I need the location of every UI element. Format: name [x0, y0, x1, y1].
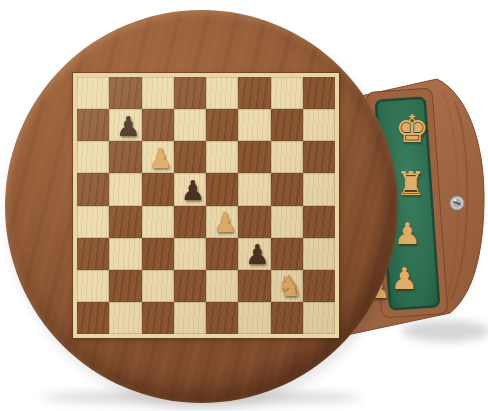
- square-e3[interactable]: [206, 238, 238, 270]
- square-c2[interactable]: [142, 270, 174, 302]
- square-c5[interactable]: [142, 173, 174, 205]
- square-a4[interactable]: [77, 206, 109, 238]
- square-b6[interactable]: [109, 141, 141, 173]
- square-a7[interactable]: [77, 109, 109, 141]
- square-e4[interactable]: ♟: [206, 206, 238, 238]
- square-h1[interactable]: [303, 302, 335, 334]
- square-c8[interactable]: [142, 77, 174, 109]
- drawer-piece-pawn-2[interactable]: ♟: [394, 219, 418, 249]
- square-b7[interactable]: ♟: [109, 109, 141, 141]
- square-f5[interactable]: [238, 173, 270, 205]
- square-a3[interactable]: [77, 238, 109, 270]
- square-d4[interactable]: [174, 206, 206, 238]
- square-c7[interactable]: [142, 109, 174, 141]
- white-pawn-e4[interactable]: ♟: [213, 209, 237, 236]
- black-pawn-d5[interactable]: ♟: [181, 177, 205, 204]
- square-f2[interactable]: [238, 270, 270, 302]
- square-h3[interactable]: [303, 238, 335, 270]
- square-h7[interactable]: [303, 109, 335, 141]
- square-b8[interactable]: [109, 77, 141, 109]
- square-e7[interactable]: [206, 109, 238, 141]
- drawer-shadow: [402, 320, 488, 342]
- travel-chess-set-photo: ♚♜♟♟♟ ♟♟♟♟♟♞: [0, 0, 488, 411]
- square-g8[interactable]: [271, 77, 303, 109]
- square-h8[interactable]: [303, 77, 335, 109]
- square-h2[interactable]: [303, 270, 335, 302]
- square-a2[interactable]: [77, 270, 109, 302]
- square-b3[interactable]: [109, 238, 141, 270]
- square-c3[interactable]: [142, 238, 174, 270]
- square-f6[interactable]: [238, 141, 270, 173]
- square-e2[interactable]: [206, 270, 238, 302]
- square-a6[interactable]: [77, 141, 109, 173]
- square-d6[interactable]: [174, 141, 206, 173]
- square-e1[interactable]: [206, 302, 238, 334]
- square-e5[interactable]: [206, 173, 238, 205]
- square-c6[interactable]: ♟: [142, 141, 174, 173]
- square-d8[interactable]: [174, 77, 206, 109]
- square-a8[interactable]: [77, 77, 109, 109]
- square-f1[interactable]: [238, 302, 270, 334]
- square-h5[interactable]: [303, 173, 335, 205]
- square-b2[interactable]: [109, 270, 141, 302]
- square-g6[interactable]: [271, 141, 303, 173]
- white-pawn-c6[interactable]: ♟: [149, 145, 173, 172]
- square-h4[interactable]: [303, 206, 335, 238]
- black-pawn-b7[interactable]: ♟: [116, 113, 140, 140]
- square-d1[interactable]: [174, 302, 206, 334]
- drawer-piece-rook-1[interactable]: ♜: [396, 167, 420, 200]
- square-d2[interactable]: [174, 270, 206, 302]
- square-g4[interactable]: [271, 206, 303, 238]
- square-d3[interactable]: [174, 238, 206, 270]
- square-h6[interactable]: [303, 141, 335, 173]
- square-f7[interactable]: [238, 109, 270, 141]
- chessboard-frame: ♟♟♟♟♟♞: [73, 73, 339, 338]
- square-g3[interactable]: [271, 238, 303, 270]
- black-pawn-f3[interactable]: ♟: [245, 241, 269, 268]
- square-e8[interactable]: [206, 77, 238, 109]
- square-d7[interactable]: [174, 109, 206, 141]
- chessboard: ♟♟♟♟♟♞: [77, 77, 335, 334]
- drawer-piece-pawn-3[interactable]: ♟: [391, 264, 415, 294]
- square-d5[interactable]: ♟: [174, 173, 206, 205]
- square-g5[interactable]: [271, 173, 303, 205]
- square-g7[interactable]: [271, 109, 303, 141]
- square-g2[interactable]: ♞: [271, 270, 303, 302]
- square-e6[interactable]: [206, 141, 238, 173]
- square-a5[interactable]: [77, 173, 109, 205]
- square-b4[interactable]: [109, 206, 141, 238]
- square-f3[interactable]: ♟: [238, 238, 270, 270]
- square-g1[interactable]: [271, 302, 303, 334]
- square-b1[interactable]: [109, 302, 141, 334]
- drawer-knob-screw[interactable]: [450, 196, 464, 210]
- square-c4[interactable]: [142, 206, 174, 238]
- white-knight-g2[interactable]: ♞: [277, 272, 303, 301]
- square-b5[interactable]: [109, 173, 141, 205]
- drawer-piece-king-0[interactable]: ♚: [395, 110, 419, 148]
- square-f4[interactable]: [238, 206, 270, 238]
- square-f8[interactable]: [238, 77, 270, 109]
- square-c1[interactable]: [142, 302, 174, 334]
- square-a1[interactable]: [77, 302, 109, 334]
